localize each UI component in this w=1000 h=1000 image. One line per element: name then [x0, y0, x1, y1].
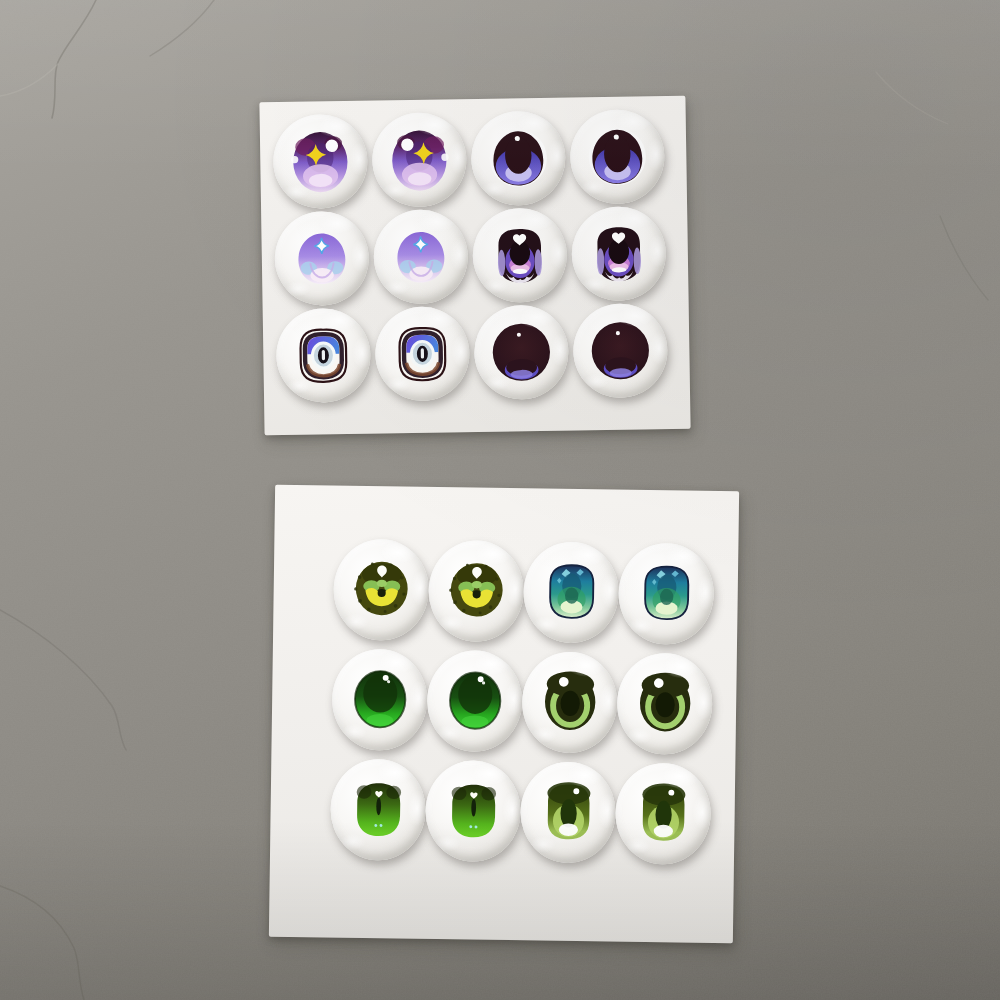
glass-cabochon-g3: [331, 648, 427, 750]
glass-cabochon-g1: [333, 538, 429, 640]
eye-print-g1: [344, 549, 419, 629]
eye-print-p3: [284, 221, 358, 295]
cabochon-cell: [271, 209, 372, 308]
cabochon-cell: [615, 758, 712, 869]
eye-print-p1: [382, 122, 456, 196]
photo-scene: [0, 0, 1000, 1000]
cabochon-cell: [331, 644, 428, 755]
eye-print-p6: [484, 315, 558, 389]
eye-card-purple: [259, 96, 690, 436]
cabochon-cell: [333, 534, 430, 645]
eye-print-g4: [532, 662, 607, 742]
cabochon-cell: [471, 303, 572, 402]
glass-cabochon-g1: [428, 539, 524, 641]
glass-cabochon-g6: [520, 761, 616, 863]
eye-print-p4: [581, 216, 655, 290]
eye-print-g2: [629, 553, 704, 633]
glass-cabochon-g2: [523, 541, 619, 643]
cabochon-cell: [570, 301, 671, 400]
eye-print-p6: [583, 313, 657, 387]
cabochon-cell: [428, 535, 525, 646]
eye-print-g6: [626, 773, 701, 853]
glass-cabochon-g2: [618, 542, 714, 644]
eye-print-g5: [436, 771, 511, 851]
cabochon-cell: [370, 207, 471, 306]
cabochon-cell: [426, 645, 523, 756]
cabochon-grid-green: [330, 534, 715, 869]
eye-print-p5: [286, 318, 360, 392]
cabochon-cell: [369, 110, 470, 209]
cabochon-cell: [568, 204, 669, 303]
glass-cabochon-p2: [470, 110, 565, 205]
eye-print-p4: [482, 218, 556, 292]
glass-cabochon-p4: [472, 207, 567, 302]
glass-cabochon-g4: [521, 651, 617, 753]
glass-cabochon-p3: [373, 209, 468, 304]
glass-cabochon-p1: [371, 112, 466, 207]
eye-print-p2: [481, 121, 555, 195]
cabochon-cell: [468, 109, 569, 208]
eye-print-g4: [627, 663, 702, 743]
cabochon-cell: [425, 755, 522, 866]
eye-print-g5: [341, 769, 416, 849]
glass-cabochon-g4: [616, 652, 712, 754]
glass-cabochon-p6: [473, 304, 568, 399]
eye-print-g3: [437, 661, 512, 741]
cabochon-grid-purple: [270, 107, 671, 404]
cabochon-cell: [521, 646, 618, 757]
cabochon-cell: [330, 754, 427, 865]
cabochon-cell: [372, 304, 473, 403]
glass-cabochon-p1: [272, 113, 367, 208]
glass-cabochon-g5: [330, 758, 426, 860]
glass-cabochon-p5: [374, 306, 469, 401]
cabochon-cell: [618, 538, 715, 649]
glass-cabochon-p3: [274, 210, 369, 305]
eye-print-g1: [439, 551, 514, 631]
eye-print-p5: [385, 316, 459, 390]
cabochon-cell: [616, 648, 713, 759]
glass-cabochon-p2: [569, 109, 664, 204]
glass-cabochon-g6: [615, 762, 711, 864]
cabochon-cell: [567, 107, 668, 206]
eye-print-p2: [580, 119, 654, 193]
glass-cabochon-p5: [275, 307, 370, 402]
glass-cabochon-g5: [425, 759, 521, 861]
cabochon-cell: [523, 536, 620, 647]
eye-print-g6: [531, 772, 606, 852]
cabochon-cell: [520, 756, 617, 867]
cabochon-cell: [273, 306, 374, 405]
eye-print-p3: [383, 219, 457, 293]
eye-print-g2: [534, 552, 609, 632]
glass-cabochon-g3: [426, 649, 522, 751]
eye-card-green: [269, 485, 739, 943]
cabochon-cell: [469, 206, 570, 305]
eye-print-p1: [283, 124, 357, 198]
eye-print-g3: [342, 659, 417, 739]
glass-cabochon-p6: [572, 303, 667, 398]
cabochon-cell: [270, 112, 371, 211]
glass-cabochon-p4: [571, 206, 666, 301]
